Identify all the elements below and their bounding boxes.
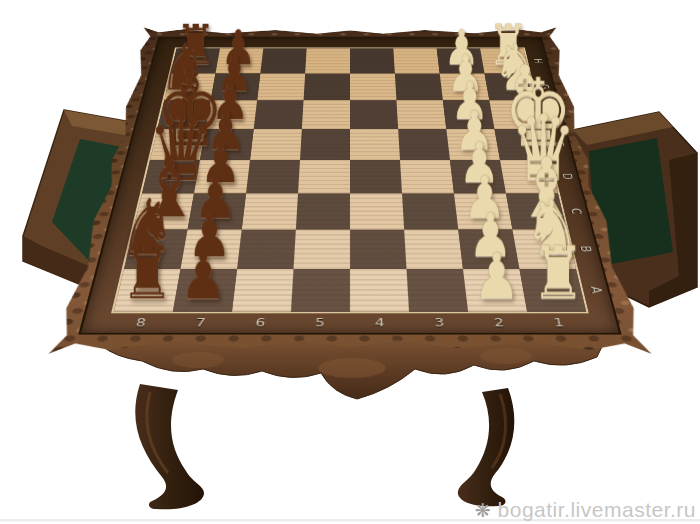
square-c5[interactable] bbox=[296, 193, 350, 229]
rank-label-3: 3 bbox=[409, 314, 470, 333]
square-h4[interactable] bbox=[350, 49, 395, 74]
square-a2[interactable]: ♟ bbox=[463, 269, 527, 312]
square-c6[interactable] bbox=[242, 193, 298, 229]
rank-label-6: 6 bbox=[229, 314, 290, 333]
square-f4[interactable] bbox=[350, 100, 398, 129]
square-h5[interactable] bbox=[305, 49, 350, 74]
file-label-g: G bbox=[520, 81, 568, 92]
black-pawn[interactable]: ♟ bbox=[179, 249, 227, 306]
square-a7[interactable]: ♟ bbox=[173, 269, 237, 312]
square-e4[interactable] bbox=[350, 129, 400, 160]
square-d6[interactable] bbox=[246, 160, 300, 193]
square-c3[interactable] bbox=[402, 193, 458, 229]
rank-label-4: 4 bbox=[350, 314, 410, 333]
chess-table-photo: ♜♟♟♜♞♟♟♞♝♟♟♝♚♟♟♚♛♟♟♛♝♟♟♝♞♟♟♞♜♟♟♜ 8765432… bbox=[0, 0, 700, 524]
square-a5[interactable] bbox=[291, 269, 350, 312]
rank-label-7: 7 bbox=[169, 314, 232, 333]
rank-label-2: 2 bbox=[468, 314, 531, 333]
square-b6[interactable] bbox=[237, 230, 296, 269]
tabletop-scene: ♜♟♟♜♞♟♟♞♝♟♟♝♚♟♟♚♛♟♟♛♝♟♟♝♞♟♟♞♜♟♟♜ 8765432… bbox=[105, 0, 595, 405]
square-g5[interactable] bbox=[304, 74, 350, 101]
square-f3[interactable] bbox=[396, 100, 446, 129]
square-d3[interactable] bbox=[400, 160, 454, 193]
square-e6[interactable] bbox=[250, 129, 302, 160]
carved-tabletop: ♜♟♟♜♞♟♟♞♝♟♟♝♚♟♟♚♛♟♟♛♝♟♟♝♞♟♟♞♜♟♟♜ 8765432… bbox=[48, 27, 651, 353]
file-label-h: H bbox=[514, 56, 561, 66]
square-b3[interactable] bbox=[404, 230, 463, 269]
square-e3[interactable] bbox=[398, 129, 450, 160]
square-g4[interactable] bbox=[350, 74, 396, 101]
square-a8[interactable]: ♜ bbox=[114, 269, 181, 312]
square-c4[interactable] bbox=[350, 193, 404, 229]
square-g6[interactable] bbox=[257, 74, 305, 101]
square-h3[interactable] bbox=[393, 49, 439, 74]
square-a1[interactable]: ♜ bbox=[519, 269, 586, 312]
square-b4[interactable] bbox=[350, 230, 406, 269]
square-d5[interactable] bbox=[298, 160, 350, 193]
square-a3[interactable] bbox=[406, 269, 468, 312]
square-a6[interactable] bbox=[232, 269, 294, 312]
flower-logo-icon: ❋ bbox=[475, 499, 491, 522]
square-g3[interactable] bbox=[395, 74, 443, 101]
rank-labels: 87654321 bbox=[109, 314, 591, 333]
black-rook[interactable]: ♜ bbox=[120, 241, 168, 307]
square-f6[interactable] bbox=[254, 100, 304, 129]
square-d4[interactable] bbox=[350, 160, 402, 193]
rank-label-8: 8 bbox=[109, 314, 173, 333]
rank-label-5: 5 bbox=[290, 314, 350, 333]
watermark: ❋ bogatir.livemaster.ru bbox=[475, 498, 696, 522]
square-h6[interactable] bbox=[260, 49, 306, 74]
square-a4[interactable] bbox=[350, 269, 409, 312]
watermark-text: bogatir.livemaster.ru bbox=[498, 498, 696, 522]
square-e5[interactable] bbox=[300, 129, 350, 160]
white-rook[interactable]: ♜ bbox=[531, 241, 579, 307]
white-pawn[interactable]: ♟ bbox=[473, 249, 521, 306]
square-f5[interactable] bbox=[302, 100, 350, 129]
right-table-leg bbox=[458, 388, 514, 506]
board-grid: ♜♟♟♜♞♟♟♞♝♟♟♝♚♟♟♚♛♟♟♛♝♟♟♝♞♟♟♞♜♟♟♜ bbox=[114, 49, 586, 312]
square-b5[interactable] bbox=[294, 230, 350, 269]
rank-label-1: 1 bbox=[527, 314, 591, 333]
